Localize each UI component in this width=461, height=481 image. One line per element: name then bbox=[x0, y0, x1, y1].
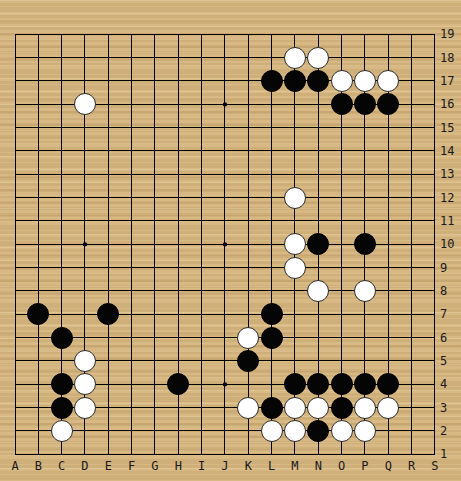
column-label-P: P bbox=[361, 459, 368, 473]
black-stone[interactable] bbox=[97, 303, 119, 325]
column-label-K: K bbox=[245, 459, 252, 473]
column-label-A: A bbox=[11, 459, 18, 473]
row-label-4: 4 bbox=[440, 377, 447, 391]
white-stone[interactable] bbox=[74, 397, 96, 419]
row-label-14: 14 bbox=[440, 144, 454, 158]
row-label-1: 1 bbox=[440, 447, 447, 461]
white-stone[interactable] bbox=[377, 397, 399, 419]
black-stone[interactable] bbox=[354, 373, 376, 395]
column-label-Q: Q bbox=[385, 459, 392, 473]
row-label-8: 8 bbox=[440, 284, 447, 298]
black-stone[interactable] bbox=[261, 70, 283, 92]
white-stone[interactable] bbox=[237, 397, 259, 419]
column-label-J: J bbox=[221, 459, 228, 473]
black-stone[interactable] bbox=[261, 397, 283, 419]
black-stone[interactable] bbox=[354, 93, 376, 115]
white-stone[interactable] bbox=[237, 327, 259, 349]
black-stone[interactable] bbox=[261, 303, 283, 325]
white-stone[interactable] bbox=[307, 280, 329, 302]
row-label-10: 10 bbox=[440, 237, 454, 251]
column-label-B: B bbox=[35, 459, 42, 473]
row-label-16: 16 bbox=[440, 97, 454, 111]
black-stone[interactable] bbox=[377, 373, 399, 395]
row-label-5: 5 bbox=[440, 354, 447, 368]
black-stone[interactable] bbox=[51, 397, 73, 419]
black-stone[interactable] bbox=[307, 373, 329, 395]
row-label-18: 18 bbox=[440, 51, 454, 65]
white-stone[interactable] bbox=[284, 420, 306, 442]
white-stone[interactable] bbox=[307, 47, 329, 69]
black-stone[interactable] bbox=[167, 373, 189, 395]
black-stone[interactable] bbox=[307, 70, 329, 92]
column-label-E: E bbox=[105, 459, 112, 473]
row-label-12: 12 bbox=[440, 191, 454, 205]
black-stone[interactable] bbox=[284, 373, 306, 395]
column-label-R: R bbox=[408, 459, 415, 473]
black-stone[interactable] bbox=[307, 420, 329, 442]
row-label-15: 15 bbox=[440, 121, 454, 135]
row-label-17: 17 bbox=[440, 74, 454, 88]
white-stone[interactable] bbox=[331, 70, 353, 92]
black-stone[interactable] bbox=[377, 93, 399, 115]
black-stone[interactable] bbox=[331, 373, 353, 395]
go-board[interactable] bbox=[3, 23, 446, 466]
white-stone[interactable] bbox=[74, 373, 96, 395]
white-stone[interactable] bbox=[74, 350, 96, 372]
black-stone[interactable] bbox=[284, 70, 306, 92]
column-label-F: F bbox=[128, 459, 135, 473]
row-label-6: 6 bbox=[440, 331, 447, 345]
white-stone[interactable] bbox=[51, 420, 73, 442]
row-label-2: 2 bbox=[440, 424, 447, 438]
row-label-3: 3 bbox=[440, 401, 447, 415]
black-stone[interactable] bbox=[237, 350, 259, 372]
row-label-9: 9 bbox=[440, 261, 447, 275]
white-stone[interactable] bbox=[284, 397, 306, 419]
black-stone[interactable] bbox=[51, 373, 73, 395]
go-board-screenshot: ABCDEFGHIJKLMNOPQRS 19181716151413121110… bbox=[0, 0, 461, 481]
black-stone[interactable] bbox=[331, 397, 353, 419]
white-stone[interactable] bbox=[307, 397, 329, 419]
column-label-I: I bbox=[198, 459, 205, 473]
white-stone[interactable] bbox=[377, 70, 399, 92]
column-label-M: M bbox=[291, 459, 298, 473]
column-label-C: C bbox=[58, 459, 65, 473]
column-label-G: G bbox=[151, 459, 158, 473]
white-stone[interactable] bbox=[354, 70, 376, 92]
white-stone[interactable] bbox=[74, 93, 96, 115]
white-stone[interactable] bbox=[354, 397, 376, 419]
white-stone[interactable] bbox=[261, 420, 283, 442]
row-label-13: 13 bbox=[440, 167, 454, 181]
black-stone[interactable] bbox=[331, 93, 353, 115]
row-label-19: 19 bbox=[440, 27, 454, 41]
column-label-H: H bbox=[175, 459, 182, 473]
black-stone[interactable] bbox=[27, 303, 49, 325]
white-stone[interactable] bbox=[354, 280, 376, 302]
white-stone[interactable] bbox=[284, 187, 306, 209]
row-label-11: 11 bbox=[440, 214, 454, 228]
column-label-N: N bbox=[315, 459, 322, 473]
column-label-S: S bbox=[431, 459, 438, 473]
black-stone[interactable] bbox=[307, 233, 329, 255]
black-stone[interactable] bbox=[261, 327, 283, 349]
white-stone[interactable] bbox=[354, 420, 376, 442]
white-stone[interactable] bbox=[284, 233, 306, 255]
column-label-L: L bbox=[268, 459, 275, 473]
black-stone[interactable] bbox=[354, 233, 376, 255]
white-stone[interactable] bbox=[331, 420, 353, 442]
column-label-O: O bbox=[338, 459, 345, 473]
column-label-D: D bbox=[81, 459, 88, 473]
white-stone[interactable] bbox=[284, 47, 306, 69]
black-stone[interactable] bbox=[51, 327, 73, 349]
white-stone[interactable] bbox=[284, 257, 306, 279]
row-label-7: 7 bbox=[440, 307, 447, 321]
